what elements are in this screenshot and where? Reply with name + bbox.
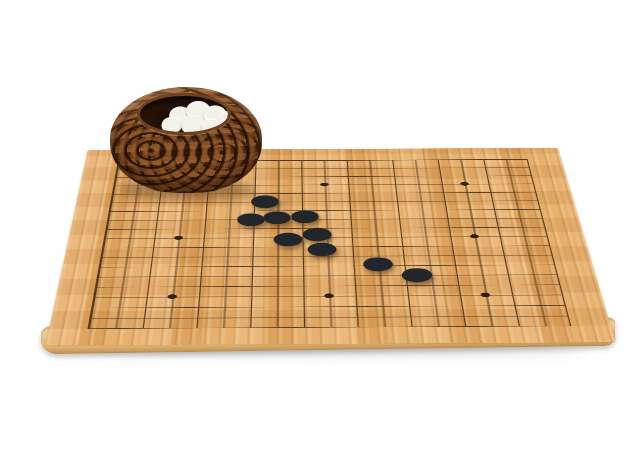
black-stone: ● [238,211,264,226]
bowl-opening: ●●●●●●● [137,93,231,135]
black-stone: ● [364,254,392,270]
star-point [460,182,469,186]
go-stone-bowl: ●●●●●●● [110,85,262,197]
black-stone: ● [309,240,336,256]
star-point [480,293,490,298]
go-board-photo: ●●●●●●●●● ●●●●●●● [0,0,640,452]
star-point [470,234,480,238]
black-stone: ● [403,266,432,283]
star-point [324,293,333,298]
black-stone: ● [292,208,318,223]
black-stone: ● [264,209,290,224]
star-point [320,183,328,187]
white-stone: ● [162,116,181,131]
black-stone: ● [275,230,302,246]
